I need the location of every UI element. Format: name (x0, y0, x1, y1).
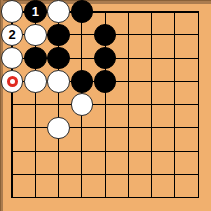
stone-black (71, 0, 94, 23)
stone-white-marked (1, 70, 24, 93)
stones-layer: 12 (0, 0, 211, 211)
stone-white (1, 0, 24, 23)
move-number: 2 (8, 28, 15, 41)
go-diagram: 12 (0, 0, 211, 211)
move-number: 1 (32, 5, 39, 18)
stone-black (94, 24, 117, 47)
stone-black (94, 47, 117, 70)
stone-black (47, 24, 70, 47)
stone-black (71, 70, 94, 93)
stone-white (47, 0, 70, 23)
stone-black (94, 70, 117, 93)
stone-white (71, 93, 94, 116)
red-circle-marker (7, 76, 18, 87)
stone-white (47, 70, 70, 93)
stone-white (47, 117, 70, 140)
stone-white-numbered: 2 (1, 24, 24, 47)
stone-white (24, 70, 47, 93)
stone-black-numbered: 1 (24, 0, 47, 23)
stone-white (24, 24, 47, 47)
stone-black (47, 47, 70, 70)
stone-white (1, 47, 24, 70)
stone-black (24, 47, 47, 70)
